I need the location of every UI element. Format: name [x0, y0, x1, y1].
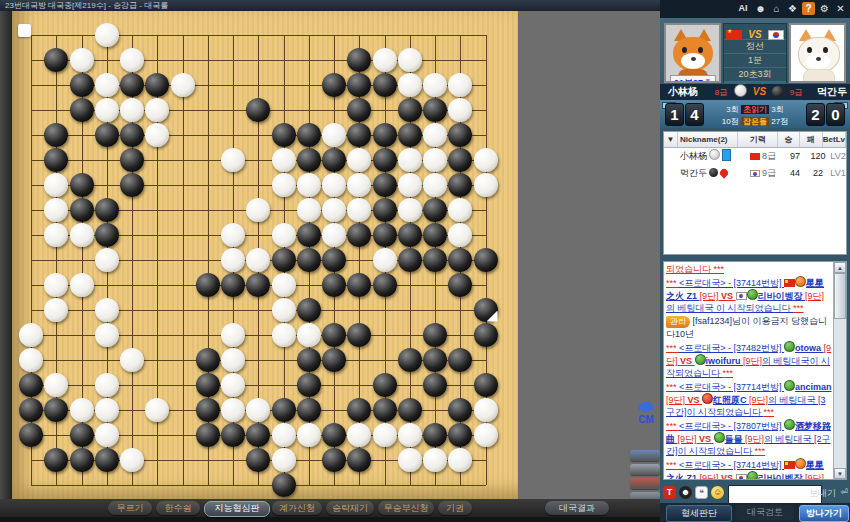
black-stone-1-15 [44, 398, 68, 422]
badge-red[interactable] [630, 478, 660, 489]
black-stone-12-10 [322, 273, 346, 297]
black-stone-18-11 [474, 298, 498, 322]
black-stone-17-15 [448, 398, 472, 422]
white-stone-1-11 [44, 298, 68, 322]
white-stone-11-16 [297, 423, 321, 447]
wins-count: 97 [784, 148, 806, 165]
white-stone-17-8 [448, 223, 472, 247]
user-avatar-icon [747, 289, 758, 300]
list-header: Nickname(2) [678, 132, 738, 147]
black-stone-11-4 [297, 123, 321, 147]
white-stone-8-14 [221, 373, 245, 397]
game-window: 23번대국방 대국중[제219수] - 승강급 - 대국룰 CM 무르기한수쉼지… [0, 0, 850, 522]
chat-text: VS [678, 356, 695, 366]
black-stone-2-6 [70, 173, 94, 197]
chat-message: 되었습니다 *** [666, 263, 832, 275]
title-bar: 23번대국방 대국중[제219수] - 승강급 - 대국룰 [0, 0, 660, 11]
kr-flag-icon [736, 292, 747, 300]
user-avatar-icon [784, 380, 795, 391]
white-stone-8-12 [221, 323, 245, 347]
black-stone-5-2 [145, 73, 169, 97]
white-stone-3-12 [95, 323, 119, 347]
white-stone-14-16 [373, 423, 397, 447]
white-stone-10-16 [272, 423, 296, 447]
black-stone-8-16 [221, 423, 245, 447]
black-stone-13-8 [347, 223, 371, 247]
chat-message: *** <프로대국> - [37414번방] 星星之火 Z1 [9단] VS 리… [666, 276, 832, 314]
player-row[interactable]: 먹간두9급4422LV1 [664, 165, 846, 182]
chat-text: [9단] [745, 434, 764, 444]
black-stone-3-8 [95, 223, 119, 247]
last-move-marker [487, 311, 498, 322]
chat-text: VS [719, 473, 736, 480]
black-stone-15-13 [398, 348, 422, 372]
draw-request-button[interactable]: 무승부신청 [378, 501, 434, 515]
white-stone-13-16 [347, 423, 371, 447]
right-time-digit-2: 0 [826, 103, 845, 126]
left-player-name: 小林杨 [668, 86, 698, 97]
black-stone-icon [772, 86, 783, 97]
black-stone-0-15 [19, 398, 43, 422]
black-stone-17-13 [448, 348, 472, 372]
white-stone-2-8 [70, 223, 94, 247]
korea-flag-icon [768, 30, 784, 40]
white-stone-15-16 [398, 423, 422, 447]
chat-text: VS [685, 395, 702, 405]
vs-label: VS [748, 29, 761, 40]
black-stone-2-7 [70, 198, 94, 222]
right-panel: ✕⚙?❖⌂☻AI 01분27초 VS 정선 1분 20초3회 [660, 0, 850, 522]
black-stone-12-12 [322, 323, 346, 347]
cn-flag-icon [750, 153, 760, 160]
user-avatar-icon [702, 393, 713, 404]
black-stone-11-8 [297, 223, 321, 247]
players-name-bar: 小林杨 8급 VS 9급 먹간두 [660, 84, 850, 100]
black-stone-11-9 [297, 248, 321, 272]
player-row[interactable]: 小林杨8급97120LV2 [664, 148, 846, 165]
badge-blue[interactable] [630, 450, 660, 461]
white-stone-10-12 [272, 323, 296, 347]
chat-section: 되었습니다 ****** <프로대국> - [37414번방] 星星之火 Z1 … [660, 258, 850, 483]
white-stone-icon [709, 149, 720, 160]
black-stone-17-10 [448, 273, 472, 297]
chat-text: [9단] [700, 291, 719, 301]
black-stone-7-15 [196, 398, 220, 422]
black-stone-10-4 [272, 123, 296, 147]
chat-text: <프로대국> - [37414번방] [679, 460, 784, 470]
white-stone-16-4 [423, 123, 447, 147]
black-stone-3-7 [95, 198, 119, 222]
balloon-icon[interactable]: ❝ [695, 486, 708, 499]
white-stone-4-1 [120, 48, 144, 72]
person-icon [641, 402, 651, 412]
fox-avatar-orange [666, 25, 719, 81]
cm-label: CM [632, 414, 660, 425]
white-stone-9-7 [246, 198, 270, 222]
vs-name-label: VS [753, 86, 766, 97]
white-stone-16-2 [423, 73, 447, 97]
black-stone-7-16 [196, 423, 220, 447]
white-stone-11-7 [297, 198, 321, 222]
black-stone-11-5 [297, 148, 321, 172]
user-avatar-icon [747, 471, 758, 480]
panel-header: ✕⚙?❖⌂☻AI [660, 0, 850, 18]
black-stone-12-13 [322, 348, 346, 372]
black-stone-15-3 [398, 98, 422, 122]
chat-text: *** [666, 460, 679, 470]
black-stone-15-15 [398, 398, 422, 422]
black-stone-17-6 [448, 173, 472, 197]
black-stone-18-12 [474, 323, 498, 347]
user-avatar-icon [784, 419, 795, 430]
bet-level: LV1 [830, 165, 846, 182]
filter-icon[interactable]: ▼ [664, 132, 678, 147]
black-stone-16-7 [423, 198, 447, 222]
black-stone-1-17 [44, 448, 68, 472]
white-stone-17-7 [448, 198, 472, 222]
game-action-bar: 무르기한수쉼지능형심판계가신청승락재기무승부신청기권대국결과 [0, 499, 660, 517]
black-stone-16-16 [423, 423, 447, 447]
white-stone-4-3 [120, 98, 144, 122]
chat-text: *** [723, 368, 734, 378]
chat-text: <프로대국> - [37414번방] [679, 278, 784, 288]
black-stone-14-4 [373, 123, 397, 147]
black-stone-7-13 [196, 348, 220, 372]
chat-text: <프로대국> - [37714번방] [679, 382, 784, 392]
chat-text: *** [666, 421, 679, 431]
shop-icon[interactable]: ❖ [786, 2, 799, 15]
black-stone-16-12 [423, 323, 447, 347]
chat-message: *** <프로대국> - [37714번방] anciman [9단] VS 红… [666, 380, 832, 418]
send-button[interactable]: 보내기 [809, 487, 836, 500]
white-stone-8-9 [221, 248, 245, 272]
players-section: 01분27초 VS 정선 1분 20초3회 전적내역 [660, 18, 850, 100]
white-stone-4-17 [120, 448, 144, 472]
resign-button[interactable]: 기권 [438, 501, 472, 515]
black-stone-1-1 [44, 48, 68, 72]
white-stone-15-5 [398, 148, 422, 172]
kr-flag-icon [736, 474, 747, 480]
white-stone-15-17 [398, 448, 422, 472]
chat-text: *** [755, 446, 766, 456]
white-stone-2-1 [70, 48, 94, 72]
black-stone-14-7 [373, 198, 397, 222]
black-stone-7-14 [196, 373, 220, 397]
player-rank: 9급 [762, 168, 776, 178]
white-stone-3-3 [95, 98, 119, 122]
right-player-name: 먹간두 [817, 86, 847, 97]
white-stone-10-5 [272, 148, 296, 172]
white-stone-3-2 [95, 73, 119, 97]
game-review-button[interactable]: 대국검토 [736, 505, 794, 520]
white-stone-4-13 [120, 348, 144, 372]
white-stone-3-16 [95, 423, 119, 447]
black-stone-17-9 [448, 248, 472, 272]
black-stone-12-5 [322, 148, 346, 172]
admin-badge: 관리 [666, 316, 690, 328]
badge-gray[interactable] [630, 464, 660, 475]
white-stone-0-12 [19, 323, 43, 347]
panel-button-bar: 형세판단 대국검토 방나가기 [660, 503, 850, 522]
black-stone-16-3 [423, 98, 447, 122]
scroll-up-icon[interactable]: ▲ [834, 262, 846, 273]
white-stone-10-8 [272, 223, 296, 247]
black-stone-16-14 [423, 373, 447, 397]
kr-flag-icon [750, 170, 760, 177]
player-rank: 8급 [762, 151, 776, 161]
white-stone-11-6 [297, 173, 321, 197]
white-stone-3-9 [95, 248, 119, 272]
chat-text: 들물 [725, 434, 746, 444]
black-stone-2-17 [70, 448, 94, 472]
go-board[interactable] [12, 11, 518, 499]
white-stone-3-15 [95, 398, 119, 422]
black-stone-14-10 [373, 273, 397, 297]
white-stone-6-2 [171, 73, 195, 97]
byoyomi-label: 초읽기 [741, 105, 769, 114]
black-stone-13-17 [347, 448, 371, 472]
black-stone-14-8 [373, 223, 397, 247]
send-enter-icon[interactable]: ⏎ [840, 487, 848, 497]
white-stone-5-4 [145, 123, 169, 147]
black-stone-11-11 [297, 298, 321, 322]
white-stone-15-6 [398, 173, 422, 197]
black-stone-14-5 [373, 148, 397, 172]
white-stone-14-9 [373, 248, 397, 272]
leave-room-button[interactable]: 방나가기 [799, 505, 849, 522]
black-stone-1-5 [44, 148, 68, 172]
settings-icon[interactable]: ⚙ [818, 2, 831, 15]
help-icon[interactable]: ? [802, 2, 815, 15]
cn-flag-icon [784, 461, 795, 469]
player-name: 먹간두 [680, 168, 707, 178]
white-stone-12-8 [322, 223, 346, 247]
count-request-button[interactable]: 계가신청 [272, 501, 322, 515]
player-list-section: ▼Nickname(2)기력승패BetLv小林杨8급97120LV2먹간두9급4… [660, 128, 850, 258]
black-stone-10-18 [272, 473, 296, 497]
close-icon[interactable]: ✕ [834, 2, 847, 15]
side-gray-zone: CM [518, 11, 660, 499]
user-avatar-icon [695, 354, 706, 365]
black-stone-14-14 [373, 373, 397, 397]
scroll-thumb[interactable] [834, 273, 846, 319]
white-stone-13-6 [347, 173, 371, 197]
chat-message-input[interactable] [728, 485, 822, 504]
chat-text: 되었습니다 *** [666, 264, 724, 274]
white-stone-1-14 [44, 373, 68, 397]
black-stone-14-15 [373, 398, 397, 422]
black-stone-11-14 [297, 373, 321, 397]
black-stone-9-10 [246, 273, 270, 297]
chat-message: 관리 [fsaf1234]님이 이용금지 당했습니다10년 [666, 315, 832, 340]
black-stone-9-16 [246, 423, 270, 447]
black-stone-3-4 [95, 123, 119, 147]
accept-rematch-button[interactable]: 승락재기 [326, 501, 374, 515]
white-stone-1-7 [44, 198, 68, 222]
font-icon[interactable]: T [663, 486, 676, 499]
black-stone-18-14 [474, 373, 498, 397]
black-stone-7-10 [196, 273, 220, 297]
black-stone-16-13 [423, 348, 447, 372]
white-stone-15-7 [398, 198, 422, 222]
undo-button[interactable]: 무르기 [108, 501, 152, 515]
white-stone-12-6 [322, 173, 346, 197]
user-icon[interactable]: ☻ [754, 2, 767, 15]
byoyomi-row: 20초3회 [724, 67, 786, 81]
cm-user-indicator: CM [632, 401, 660, 425]
byoyomi-status: 3회 초읽기 3회 [705, 104, 805, 115]
black-stone-2-2 [70, 73, 94, 97]
chat-text: [9단] [678, 434, 697, 444]
user-avatar-icon [795, 276, 806, 287]
user-avatar-icon [784, 341, 795, 352]
black-stone-3-17 [95, 448, 119, 472]
white-stone-18-6 [474, 173, 498, 197]
chat-text: *** [764, 407, 775, 417]
chat-text: *** [793, 303, 804, 313]
white-stone-12-4 [322, 123, 346, 147]
black-stone-4-4 [120, 123, 144, 147]
chat-text: <프로대국> - [37807번방] [679, 421, 784, 431]
mobile-device-icon [722, 149, 731, 161]
chat-text: VS [697, 434, 714, 444]
white-stone-icon [734, 84, 747, 97]
white-stone-5-3 [145, 98, 169, 122]
ai-judge-button[interactable]: 지능형심판 [204, 501, 270, 517]
player-list-table[interactable]: ▼Nickname(2)기력승패BetLv小林杨8급97120LV2먹간두9급4… [663, 131, 847, 255]
white-stone-17-2 [448, 73, 472, 97]
white-stone-3-14 [95, 373, 119, 397]
white-stone-8-8 [221, 223, 245, 247]
white-stone-2-10 [70, 273, 94, 297]
white-stone-13-7 [347, 198, 371, 222]
wins-count: 44 [784, 165, 806, 182]
black-stone-13-1 [347, 48, 371, 72]
chat-text: 리바이벵장 [758, 473, 806, 480]
white-player-timer: 01분27초 [670, 75, 716, 83]
match-info: VS 정선 1분 20초3회 전적내역 [723, 23, 787, 83]
fox-avatar-white [791, 25, 844, 81]
white-stone-10-11 [272, 298, 296, 322]
game-result-button[interactable]: 대국결과 [545, 501, 609, 515]
home-icon[interactable]: ⌂ [770, 2, 783, 15]
black-stone-13-12 [347, 323, 371, 347]
score-section: 1 4 2 0 3회 초읽기 3회 10점 잡은돌 27점 [660, 100, 850, 128]
white-stone-16-5 [423, 148, 447, 172]
window-bottom-edge [0, 517, 660, 522]
chat-text: [fsaf1234]님이 이용금지 당했습니다10년 [666, 316, 827, 339]
chat-text: [9단] [749, 395, 768, 405]
white-stone-1-10 [44, 273, 68, 297]
board-corner-marker [18, 24, 31, 37]
black-stone-2-16 [70, 423, 94, 447]
white-stone-9-15 [246, 398, 270, 422]
black-stone-1-4 [44, 123, 68, 147]
window-left-edge [0, 11, 12, 522]
captures-label: 잡은돌 [741, 117, 769, 126]
list-header: 패 [800, 132, 823, 147]
right-player-rank: 9급 [790, 88, 802, 97]
black-stone-12-16 [322, 423, 346, 447]
chat-text: otowa [795, 343, 824, 353]
white-stone-15-1 [398, 48, 422, 72]
china-flag-icon [726, 30, 742, 40]
black-stone-12-9 [322, 248, 346, 272]
cn-flag-icon [784, 279, 795, 287]
white-stone-14-1 [373, 48, 397, 72]
chat-text: 红照原C [713, 395, 749, 405]
territory-estimate-button[interactable]: 형세판단 [666, 505, 732, 522]
white-stone-8-13 [221, 348, 245, 372]
white-stone-11-12 [297, 323, 321, 347]
chat-input-row: T ☻ ❝ ☺ 보내기 ⏎ [660, 483, 850, 503]
losses-count: 22 [806, 165, 830, 182]
chat-text: 의 베팅대국 이 시작되었습니다 [666, 303, 793, 313]
list-header: BetLv [823, 132, 846, 147]
black-stone-9-17 [246, 448, 270, 472]
losses-count: 120 [806, 148, 830, 165]
white-stone-1-8 [44, 223, 68, 247]
black-stone-13-4 [347, 123, 371, 147]
black-stone-11-15 [297, 398, 321, 422]
black-stone-15-8 [398, 223, 422, 247]
chat-log[interactable]: 되었습니다 ****** <프로대국> - [37414번방] 星星之火 Z1 … [663, 261, 847, 480]
handicap-row: 정선 [724, 39, 786, 53]
black-stone-13-10 [347, 273, 371, 297]
chat-text: [9단] [805, 291, 824, 301]
black-stone-0-16 [19, 423, 43, 447]
white-stone-8-5 [221, 148, 245, 172]
black-stone-15-4 [398, 123, 422, 147]
white-stone-9-9 [246, 248, 270, 272]
white-stone-8-15 [221, 398, 245, 422]
white-stone-16-17 [423, 448, 447, 472]
list-header: 기력 [738, 132, 778, 147]
black-stone-10-9 [272, 248, 296, 272]
scroll-down-icon[interactable]: ▼ [834, 468, 846, 479]
chat-text: *** [666, 278, 679, 288]
black-stone-18-9 [474, 248, 498, 272]
chat-scrollbar[interactable]: ▲ ▼ [833, 262, 846, 479]
white-stone-17-17 [448, 448, 472, 472]
smile-emoji-icon[interactable]: ☺ [711, 486, 724, 499]
list-header: 승 [778, 132, 799, 147]
white-stone-18-5 [474, 148, 498, 172]
ai-label: AI [735, 2, 751, 15]
black-stone-icon [709, 168, 718, 177]
main-time-row: 1분 [724, 53, 786, 67]
black-stone-10-15 [272, 398, 296, 422]
black-stone-9-3 [246, 98, 270, 122]
left-player-rank: 8급 [715, 88, 727, 97]
white-stone-5-15 [145, 398, 169, 422]
black-stone-8-10 [221, 273, 245, 297]
black-stone-16-9 [423, 248, 447, 272]
white-stone-18-16 [474, 423, 498, 447]
black-stone-12-17 [322, 448, 346, 472]
white-stone-0-13 [19, 348, 43, 372]
white-stone-12-7 [322, 198, 346, 222]
white-stone-17-3 [448, 98, 472, 122]
chat-text: *** [666, 382, 679, 392]
pass-button[interactable]: 한수쉼 [156, 501, 200, 515]
cool-emoji-icon[interactable]: ☻ [679, 486, 692, 499]
black-stone-12-2 [322, 73, 346, 97]
black-stone-14-6 [373, 173, 397, 197]
black-stone-4-2 [120, 73, 144, 97]
black-stone-4-6 [120, 173, 144, 197]
list-header-row: ▼Nickname(2)기력승패BetLv [664, 132, 846, 148]
